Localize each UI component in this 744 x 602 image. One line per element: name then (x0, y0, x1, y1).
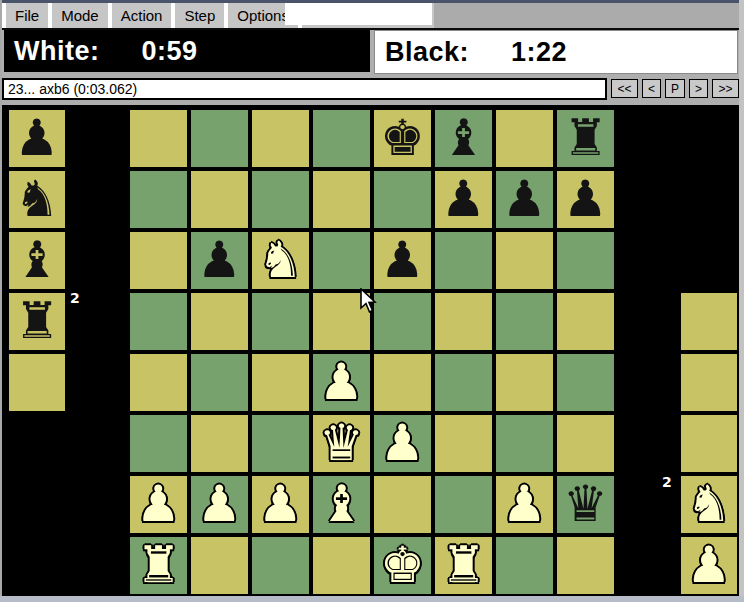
black-knight-piece[interactable]: ♞ (15, 171, 60, 228)
square-f4[interactable] (433, 352, 494, 413)
black-holdings-cell-2[interactable]: ♞ (7, 169, 67, 230)
square-c1[interactable] (250, 535, 311, 596)
square-c5[interactable] (250, 291, 311, 352)
square-a6[interactable] (128, 230, 189, 291)
square-h7[interactable]: ♟ (555, 169, 616, 230)
square-a2[interactable]: ♟ (128, 474, 189, 535)
white-pawn-piece[interactable]: ♟ (687, 537, 732, 594)
square-c2[interactable]: ♟ (250, 474, 311, 535)
square-c6[interactable]: ♞ (250, 230, 311, 291)
white-holdings-cell-2[interactable] (679, 352, 739, 413)
white-clock-time: 0:59 (141, 36, 197, 67)
white-holdings-cell-1[interactable] (679, 291, 739, 352)
black-clock-time: 1:22 (511, 37, 567, 68)
step-back-button[interactable]: < (642, 79, 661, 98)
white-queen-piece[interactable]: ♛ (319, 415, 364, 472)
forward-to-end-button[interactable]: >> (712, 79, 739, 98)
square-f2[interactable] (433, 474, 494, 535)
square-g2[interactable]: ♟ (494, 474, 555, 535)
black-rook-piece[interactable]: ♜ (15, 293, 60, 350)
menu-step[interactable]: Step (171, 3, 224, 28)
square-g7[interactable]: ♟ (494, 169, 555, 230)
square-b4[interactable] (189, 352, 250, 413)
square-b1[interactable] (189, 535, 250, 596)
square-f6[interactable] (433, 230, 494, 291)
black-pawn-piece[interactable]: ♟ (380, 232, 425, 289)
square-e3[interactable]: ♟ (372, 413, 433, 474)
black-holdings-tray: ♟♞♝♜ (7, 108, 67, 413)
black-holdings-cell-3[interactable]: ♝ (7, 230, 67, 291)
square-a8[interactable] (128, 108, 189, 169)
square-f5[interactable] (433, 291, 494, 352)
black-pawn-piece[interactable]: ♟ (15, 110, 60, 167)
square-b8[interactable] (189, 108, 250, 169)
square-f8[interactable]: ♝ (433, 108, 494, 169)
white-bishop-piece[interactable]: ♝ (319, 476, 364, 533)
white-holdings-cell-4[interactable]: ♞ (679, 474, 739, 535)
square-g5[interactable] (494, 291, 555, 352)
square-f7[interactable]: ♟ (433, 169, 494, 230)
white-rook-piece[interactable]: ♜ (441, 537, 486, 594)
white-pawn-piece[interactable]: ♟ (258, 476, 303, 533)
square-g8[interactable] (494, 108, 555, 169)
square-a5[interactable] (128, 291, 189, 352)
square-b2[interactable]: ♟ (189, 474, 250, 535)
black-pawn-piece[interactable]: ♟ (502, 171, 547, 228)
square-f1[interactable]: ♜ (433, 535, 494, 596)
black-clock[interactable]: Black: 1:22 (374, 30, 738, 74)
menubar-fill (434, 3, 739, 28)
navigation-buttons: <<<P>>> (611, 79, 739, 98)
square-e5[interactable] (372, 291, 433, 352)
black-bishop-piece[interactable]: ♝ (15, 232, 60, 289)
black-holdings-rook-count: 2 (70, 290, 80, 306)
move-text-field[interactable]: 23... axb6 (0:03.062) (2, 78, 607, 100)
square-d2[interactable]: ♝ (311, 474, 372, 535)
square-d8[interactable] (311, 108, 372, 169)
square-a7[interactable] (128, 169, 189, 230)
square-b3[interactable] (189, 413, 250, 474)
white-knight-piece[interactable]: ♞ (687, 476, 732, 533)
square-e8[interactable]: ♚ (372, 108, 433, 169)
square-g3[interactable] (494, 413, 555, 474)
menu-file[interactable]: File (2, 3, 48, 28)
white-king-piece[interactable]: ♚ (380, 537, 425, 594)
square-b7[interactable] (189, 169, 250, 230)
square-e7[interactable] (372, 169, 433, 230)
rewind-to-start-button[interactable]: << (611, 79, 638, 98)
window-border-left (0, 0, 2, 602)
square-h6[interactable] (555, 230, 616, 291)
menubar-message-box (285, 3, 432, 25)
white-rook-piece[interactable]: ♜ (136, 537, 181, 594)
white-pawn-piece[interactable]: ♟ (380, 415, 425, 472)
menu-action[interactable]: Action (108, 3, 172, 28)
menu-mode[interactable]: Mode (48, 3, 108, 28)
square-e2[interactable] (372, 474, 433, 535)
mouse-cursor-icon (360, 288, 377, 314)
black-pawn-piece[interactable]: ♟ (197, 232, 242, 289)
square-d6[interactable] (311, 230, 372, 291)
window-border-top (0, 0, 744, 3)
black-bishop-piece[interactable]: ♝ (441, 110, 486, 167)
xboard-window: FileModeActionStepOptionsHelp White: 0:5… (0, 0, 744, 602)
square-a1[interactable]: ♜ (128, 535, 189, 596)
pause-button[interactable]: P (665, 79, 685, 98)
square-h4[interactable] (555, 352, 616, 413)
square-e4[interactable] (372, 352, 433, 413)
square-h1[interactable] (555, 535, 616, 596)
square-d4[interactable]: ♟ (311, 352, 372, 413)
black-holdings-cell-1[interactable]: ♟ (7, 108, 67, 169)
square-h8[interactable]: ♜ (555, 108, 616, 169)
square-h3[interactable] (555, 413, 616, 474)
square-e1[interactable]: ♚ (372, 535, 433, 596)
white-clock-label: White: (14, 36, 99, 67)
white-pawn-piece[interactable]: ♟ (319, 354, 364, 411)
chess-board: ♚♝♜♟♟♟♟♞♟♟♛♟♟♟♟♝♟♛♜♚♜ (128, 108, 616, 596)
window-border-right (739, 0, 744, 602)
square-b5[interactable] (189, 291, 250, 352)
square-g6[interactable] (494, 230, 555, 291)
square-g4[interactable] (494, 352, 555, 413)
square-d3[interactable]: ♛ (311, 413, 372, 474)
square-c7[interactable] (250, 169, 311, 230)
white-knight-piece[interactable]: ♞ (258, 232, 303, 289)
square-g1[interactable] (494, 535, 555, 596)
square-c8[interactable] (250, 108, 311, 169)
white-holdings-tray: ♞♟ (679, 291, 739, 596)
square-e6[interactable]: ♟ (372, 230, 433, 291)
black-rook-piece[interactable]: ♜ (563, 110, 608, 167)
square-a3[interactable] (128, 413, 189, 474)
black-queen-piece[interactable]: ♛ (563, 476, 608, 533)
black-pawn-piece[interactable]: ♟ (441, 171, 486, 228)
square-c4[interactable] (250, 352, 311, 413)
white-holdings-cell-3[interactable] (679, 413, 739, 474)
window-border-bottom (0, 596, 744, 602)
white-pawn-piece[interactable]: ♟ (502, 476, 547, 533)
white-holdings-cell-5[interactable]: ♟ (679, 535, 739, 596)
black-king-piece[interactable]: ♚ (380, 110, 425, 167)
step-forward-button[interactable]: > (689, 79, 708, 98)
black-clock-label: Black: (385, 37, 469, 68)
white-clock[interactable]: White: 0:59 (4, 30, 370, 72)
square-c3[interactable] (250, 413, 311, 474)
black-holdings-cell-4[interactable]: ♜ (7, 291, 67, 352)
square-h5[interactable] (555, 291, 616, 352)
last-move-text: 23... axb6 (0:03.062) (8, 81, 137, 97)
square-d7[interactable] (311, 169, 372, 230)
square-b6[interactable]: ♟ (189, 230, 250, 291)
square-h2[interactable]: ♛ (555, 474, 616, 535)
black-holdings-cell-5[interactable] (7, 352, 67, 413)
white-holdings-knight-count: 2 (662, 474, 672, 490)
square-a4[interactable] (128, 352, 189, 413)
white-pawn-piece[interactable]: ♟ (136, 476, 181, 533)
square-f3[interactable] (433, 413, 494, 474)
white-pawn-piece[interactable]: ♟ (197, 476, 242, 533)
square-d1[interactable] (311, 535, 372, 596)
black-pawn-piece[interactable]: ♟ (563, 171, 608, 228)
